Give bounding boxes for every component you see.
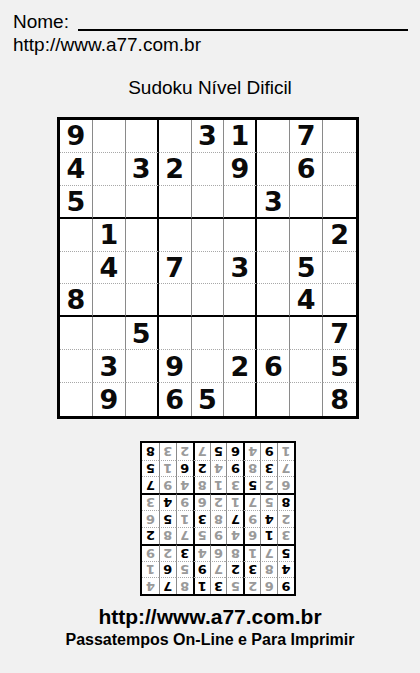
solution-cell: 8 — [193, 476, 210, 493]
puzzle-cell — [126, 350, 159, 383]
puzzle-cell — [192, 317, 225, 350]
puzzle-cell: 2 — [224, 350, 257, 383]
solution-cell: 6 — [243, 527, 260, 544]
solution-cell: 3 — [142, 493, 159, 510]
solution-cell: 2 — [210, 493, 227, 510]
name-fill-line — [78, 29, 408, 31]
puzzle-cell: 5 — [290, 252, 323, 285]
solution-cell: 1 — [277, 443, 294, 460]
solution-cell: 4 — [243, 443, 260, 460]
puzzle-cell: 7 — [323, 317, 356, 350]
solution-cell: 6 — [176, 460, 193, 477]
puzzle-cell: 1 — [224, 120, 257, 153]
puzzle-cell — [126, 383, 159, 416]
solution-cell: 4 — [159, 493, 176, 510]
solution-cell: 5 — [243, 476, 260, 493]
puzzle-cell — [60, 317, 93, 350]
solution-cell: 5 — [159, 510, 176, 527]
puzzle-cell: 9 — [159, 350, 192, 383]
puzzle-cell: 5 — [126, 317, 159, 350]
solution-cell: 8 — [176, 577, 193, 594]
puzzle-cell: 3 — [192, 120, 225, 153]
solution-cell: 7 — [176, 527, 193, 544]
puzzle-cell: 8 — [323, 383, 356, 416]
puzzle-cell — [93, 153, 126, 186]
puzzle-cell — [60, 219, 93, 252]
solution-cell: 5 — [277, 544, 294, 561]
puzzle-cell — [257, 219, 290, 252]
puzzle-cell — [60, 350, 93, 383]
puzzle-cell — [290, 383, 323, 416]
solution-cell: 6 — [277, 476, 294, 493]
solution-cell: 3 — [260, 460, 277, 477]
puzzle-cell: 2 — [159, 153, 192, 186]
puzzle-cell: 2 — [323, 219, 356, 252]
name-label: Nome: — [13, 11, 69, 33]
solution-cell: 7 — [210, 561, 227, 578]
solution-cell: 9 — [142, 544, 159, 561]
solution-cell: 3 — [277, 527, 294, 544]
solution-cell: 2 — [176, 443, 193, 460]
solution-cell: 5 — [193, 527, 210, 544]
footer-tagline: Passatempos On-Line e Para Imprimir — [0, 631, 420, 649]
solution-cell: 3 — [193, 510, 210, 527]
solution-cell: 4 — [210, 460, 227, 477]
solution-cell: 4 — [260, 510, 277, 527]
puzzle-cell — [290, 186, 323, 219]
solution-grid-rotated: 9625318744832795615718643293164957822497… — [140, 441, 296, 596]
puzzle-cell — [323, 284, 356, 317]
solution-cell: 4 — [176, 476, 193, 493]
puzzle-cell — [323, 252, 356, 285]
solution-cell: 5 — [260, 493, 277, 510]
puzzle-cell — [257, 252, 290, 285]
puzzle-cell — [126, 120, 159, 153]
puzzle-cell — [290, 219, 323, 252]
solution-cell: 1 — [260, 527, 277, 544]
puzzle-cell — [93, 317, 126, 350]
solution-cell: 8 — [159, 527, 176, 544]
puzzle-cell — [93, 186, 126, 219]
solution-cell: 2 — [142, 527, 159, 544]
puzzle-cell — [323, 186, 356, 219]
solution-cell: 6 — [142, 510, 159, 527]
page-title: Sudoku Nível Dificil — [0, 77, 420, 99]
puzzle-cell — [257, 120, 290, 153]
puzzle-cell — [159, 186, 192, 219]
puzzle-cell — [159, 219, 192, 252]
solution-cell: 6 — [210, 544, 227, 561]
solution-cell: 1 — [159, 460, 176, 477]
solution-cell: 8 — [142, 443, 159, 460]
puzzle-cell — [224, 317, 257, 350]
solution-cell: 2 — [193, 460, 210, 477]
name-row: Nome: — [13, 11, 408, 33]
puzzle-cell — [159, 120, 192, 153]
puzzle-cell: 5 — [192, 383, 225, 416]
footer-site-url: http://www.a77.com.br — [0, 605, 420, 629]
puzzle-cell — [257, 284, 290, 317]
solution-cell: 1 — [176, 510, 193, 527]
solution-cell: 6 — [226, 443, 243, 460]
solution-cell: 2 — [226, 561, 243, 578]
puzzle-cell — [224, 186, 257, 219]
solution-cell: 8 — [210, 510, 227, 527]
solution-cell: 4 — [277, 561, 294, 578]
solution-cell: 6 — [193, 493, 210, 510]
solution-cell: 1 — [210, 476, 227, 493]
puzzle-cell — [60, 383, 93, 416]
puzzle-cell: 4 — [93, 252, 126, 285]
puzzle-cell — [323, 153, 356, 186]
puzzle-cell — [290, 350, 323, 383]
puzzle-cell — [257, 317, 290, 350]
solution-cell: 3 — [176, 544, 193, 561]
solution-cell: 1 — [226, 493, 243, 510]
solution-cell: 7 — [243, 493, 260, 510]
puzzle-cell: 3 — [224, 252, 257, 285]
puzzle-cell — [224, 284, 257, 317]
header-site-url: http://www.a77.com.br — [13, 34, 201, 56]
solution-cell: 9 — [159, 476, 176, 493]
puzzle-cell — [323, 120, 356, 153]
puzzle-cell: 3 — [126, 153, 159, 186]
solution-cell: 9 — [193, 561, 210, 578]
puzzle-cell — [192, 186, 225, 219]
solution-cell: 7 — [260, 544, 277, 561]
puzzle-cell — [192, 350, 225, 383]
solution-cell: 7 — [159, 577, 176, 594]
puzzle-cell: 4 — [60, 153, 93, 186]
puzzle-cell: 9 — [224, 153, 257, 186]
puzzle-cell — [192, 219, 225, 252]
solution-cell: 2 — [243, 577, 260, 594]
puzzle-cell — [290, 317, 323, 350]
solution-cell: 2 — [277, 510, 294, 527]
solution-cell: 3 — [159, 443, 176, 460]
solution-cell: 6 — [260, 577, 277, 594]
puzzle-cell — [159, 284, 192, 317]
puzzle-cell: 1 — [93, 219, 126, 252]
puzzle-cell: 3 — [257, 186, 290, 219]
solution-cell: 1 — [142, 561, 159, 578]
solution-cell: 9 — [260, 443, 277, 460]
puzzle-cell: 6 — [257, 350, 290, 383]
puzzle-cell: 5 — [60, 186, 93, 219]
puzzle-cell: 4 — [290, 284, 323, 317]
puzzle-cell — [60, 252, 93, 285]
solution-cell: 4 — [142, 577, 159, 594]
solution-cell: 9 — [243, 510, 260, 527]
puzzle-cell: 6 — [290, 153, 323, 186]
solution-cell: 9 — [226, 460, 243, 477]
solution-cell: 8 — [226, 544, 243, 561]
solution-cell: 5 — [176, 561, 193, 578]
puzzle-cell: 9 — [60, 120, 93, 153]
puzzle-cell — [224, 383, 257, 416]
puzzle-cell — [126, 284, 159, 317]
printable-sudoku-page: Nome: http://www.a77.com.br Sudoku Nível… — [0, 0, 420, 673]
solution-cell: 3 — [210, 577, 227, 594]
puzzle-cell: 3 — [93, 350, 126, 383]
puzzle-cell — [192, 252, 225, 285]
solution-cell: 2 — [159, 544, 176, 561]
solution-cell: 7 — [193, 443, 210, 460]
solution-cell: 5 — [226, 577, 243, 594]
solution-cell: 8 — [243, 460, 260, 477]
solution-cell: 9 — [210, 527, 227, 544]
solution-cell: 6 — [159, 561, 176, 578]
solution-cell: 8 — [277, 493, 294, 510]
puzzle-cell — [159, 317, 192, 350]
solution-cell: 2 — [260, 476, 277, 493]
puzzle-cell: 7 — [290, 120, 323, 153]
puzzle-cell: 7 — [159, 252, 192, 285]
puzzle-cell: 5 — [323, 350, 356, 383]
puzzle-cell: 6 — [159, 383, 192, 416]
puzzle-cell — [257, 153, 290, 186]
sudoku-grid: 931743296531247358457392659658 — [57, 117, 359, 419]
solution-cell: 3 — [226, 476, 243, 493]
puzzle-cell — [257, 383, 290, 416]
puzzle-cell: 8 — [60, 284, 93, 317]
solution-cell: 8 — [260, 561, 277, 578]
solution-cell: 3 — [243, 561, 260, 578]
puzzle-cell: 9 — [93, 383, 126, 416]
puzzle-cell — [126, 186, 159, 219]
solution-cell: 4 — [226, 527, 243, 544]
solution-cell: 5 — [210, 443, 227, 460]
solution-cell: 7 — [226, 510, 243, 527]
solution-cell: 9 — [277, 577, 294, 594]
solution-cell: 9 — [176, 493, 193, 510]
puzzle-cell — [93, 284, 126, 317]
solution-cell: 1 — [243, 544, 260, 561]
solution-cell: 7 — [277, 460, 294, 477]
solution-cell: 4 — [193, 544, 210, 561]
puzzle-cell — [224, 219, 257, 252]
solution-cell: 7 — [142, 476, 159, 493]
puzzle-cell — [126, 252, 159, 285]
puzzle-cell — [192, 284, 225, 317]
solution-cell: 5 — [142, 460, 159, 477]
puzzle-cell — [93, 120, 126, 153]
puzzle-cell — [192, 153, 225, 186]
solution-cell: 1 — [193, 577, 210, 594]
puzzle-cell — [126, 219, 159, 252]
